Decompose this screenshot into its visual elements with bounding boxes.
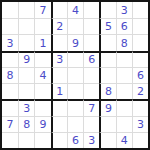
cell-r9c3-empty[interactable] (34, 132, 50, 148)
cell-r3c4-empty[interactable] (51, 34, 67, 50)
cell-r9c9-empty[interactable] (132, 132, 148, 148)
cell-r4c6-given-6[interactable]: 6 (83, 51, 99, 67)
cell-r4c9-empty[interactable] (132, 51, 148, 67)
cell-r2c6-empty[interactable] (83, 18, 99, 34)
cell-r6c7-given-8[interactable]: 8 (99, 83, 115, 99)
cell-r7c3-empty[interactable] (34, 99, 50, 115)
cell-r2c3-empty[interactable] (34, 18, 50, 34)
cell-r2c2-empty[interactable] (18, 18, 34, 34)
cell-r3c2-empty[interactable] (18, 34, 34, 50)
cell-r4c8-empty[interactable] (116, 51, 132, 67)
cell-r6c1-empty[interactable] (2, 83, 18, 99)
cell-r8c8-empty[interactable] (116, 116, 132, 132)
cell-r3c1-given-3[interactable]: 3 (2, 34, 18, 50)
cell-r6c2-empty[interactable] (18, 83, 34, 99)
cell-r1c5-given-4[interactable]: 4 (67, 2, 83, 18)
cell-r9c2-empty[interactable] (18, 132, 34, 148)
cell-r5c1-given-8[interactable]: 8 (2, 67, 18, 83)
cell-r4c4-given-3[interactable]: 3 (51, 51, 67, 67)
cell-r1c9-empty[interactable] (132, 2, 148, 18)
cell-r6c3-empty[interactable] (34, 83, 50, 99)
cell-r8c3-given-9[interactable]: 9 (34, 116, 50, 132)
cell-r2c9-empty[interactable] (132, 18, 148, 34)
cell-r5c6-empty[interactable] (83, 67, 99, 83)
cell-r3c6-empty[interactable] (83, 34, 99, 50)
cell-r7c6-given-7[interactable]: 7 (83, 99, 99, 115)
cell-r6c4-given-1[interactable]: 1 (51, 83, 67, 99)
cell-r1c1-empty[interactable] (2, 2, 18, 18)
cell-r8c9-given-3[interactable]: 3 (132, 116, 148, 132)
cell-r2c5-empty[interactable] (67, 18, 83, 34)
cell-r9c7-empty[interactable] (99, 132, 115, 148)
cell-r7c4-empty[interactable] (51, 99, 67, 115)
cell-r8c5-empty[interactable] (67, 116, 83, 132)
cell-r9c6-given-3[interactable]: 3 (83, 132, 99, 148)
cell-r9c4-empty[interactable] (51, 132, 67, 148)
cell-r1c3-given-7[interactable]: 7 (34, 2, 50, 18)
cell-r2c8-given-6[interactable]: 6 (116, 18, 132, 34)
cell-r7c1-empty[interactable] (2, 99, 18, 115)
cell-r5c4-empty[interactable] (51, 67, 67, 83)
cell-r3c8-given-8[interactable]: 8 (116, 34, 132, 50)
cell-r3c5-given-9[interactable]: 9 (67, 34, 83, 50)
cell-r9c1-empty[interactable] (2, 132, 18, 148)
cell-r7c8-empty[interactable] (116, 99, 132, 115)
cell-r5c2-empty[interactable] (18, 67, 34, 83)
cell-r8c2-given-8[interactable]: 8 (18, 116, 34, 132)
cell-r5c8-empty[interactable] (116, 67, 132, 83)
cell-r7c9-empty[interactable] (132, 99, 148, 115)
cell-r1c7-empty[interactable] (99, 2, 115, 18)
cell-r4c2-given-9[interactable]: 9 (18, 51, 34, 67)
cell-r5c9-given-6[interactable]: 6 (132, 67, 148, 83)
cell-r6c5-empty[interactable] (67, 83, 83, 99)
cell-r8c6-empty[interactable] (83, 116, 99, 132)
cell-r9c8-given-4[interactable]: 4 (116, 132, 132, 148)
cell-r5c5-empty[interactable] (67, 67, 83, 83)
cell-r5c3-given-4[interactable]: 4 (34, 67, 50, 83)
cell-r4c1-empty[interactable] (2, 51, 18, 67)
cell-r8c1-given-7[interactable]: 7 (2, 116, 18, 132)
cell-r6c6-empty[interactable] (83, 83, 99, 99)
cell-r3c9-empty[interactable] (132, 34, 148, 50)
cell-r3c7-empty[interactable] (99, 34, 115, 50)
cell-r1c8-given-3[interactable]: 3 (116, 2, 132, 18)
cell-r2c1-empty[interactable] (2, 18, 18, 34)
cell-r4c7-empty[interactable] (99, 51, 115, 67)
cell-r4c3-empty[interactable] (34, 51, 50, 67)
cell-r2c7-given-5[interactable]: 5 (99, 18, 115, 34)
cell-r4c5-empty[interactable] (67, 51, 83, 67)
cell-r6c8-empty[interactable] (116, 83, 132, 99)
cell-r5c7-empty[interactable] (99, 67, 115, 83)
cell-r2c4-given-2[interactable]: 2 (51, 18, 67, 34)
cell-r9c5-given-6[interactable]: 6 (67, 132, 83, 148)
cell-r1c4-empty[interactable] (51, 2, 67, 18)
sudoku-board: 74325631989368461823797893634 (0, 0, 150, 150)
cell-r8c4-empty[interactable] (51, 116, 67, 132)
cell-r7c7-given-9[interactable]: 9 (99, 99, 115, 115)
cell-r8c7-empty[interactable] (99, 116, 115, 132)
cell-r1c6-empty[interactable] (83, 2, 99, 18)
cell-r1c2-empty[interactable] (18, 2, 34, 18)
cell-r7c5-empty[interactable] (67, 99, 83, 115)
cell-r6c9-given-2[interactable]: 2 (132, 83, 148, 99)
cell-r7c2-given-3[interactable]: 3 (18, 99, 34, 115)
cell-r3c3-given-1[interactable]: 1 (34, 34, 50, 50)
